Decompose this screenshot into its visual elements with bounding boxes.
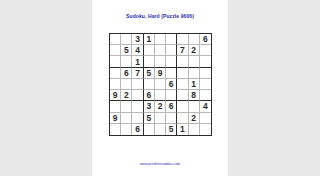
sudoku-cell-r7c3 bbox=[132, 101, 143, 112]
sudoku-cell-r7c6: 6 bbox=[166, 101, 177, 112]
sudoku-cell-r6c1: 9 bbox=[110, 90, 121, 101]
sudoku-cell-r8c7 bbox=[177, 113, 188, 124]
sudoku-cell-r2c1 bbox=[110, 45, 121, 56]
sudoku-cell-r3c2 bbox=[121, 56, 132, 67]
sudoku-cell-r3c8 bbox=[189, 56, 200, 67]
sudoku-cell-r1c2 bbox=[121, 34, 132, 45]
sudoku-cell-r1c7 bbox=[177, 34, 188, 45]
sudoku-cell-r4c5: 9 bbox=[155, 68, 166, 79]
sudoku-cell-r4c9 bbox=[200, 68, 211, 79]
sudoku-cell-r3c3: 1 bbox=[132, 56, 143, 67]
sudoku-cell-r1c6 bbox=[166, 34, 177, 45]
sudoku-cell-r5c7 bbox=[177, 79, 188, 90]
sudoku-grid: 3165472167596192683264952651 bbox=[109, 33, 212, 136]
sudoku-cell-r9c9 bbox=[200, 124, 211, 135]
sudoku-cell-r1c3: 3 bbox=[132, 34, 143, 45]
sudoku-cell-r9c1 bbox=[110, 124, 121, 135]
sudoku-cell-r6c6 bbox=[166, 90, 177, 101]
puzzle-title: Sudoku, Hard (Puzzle 9606) bbox=[92, 13, 228, 19]
sudoku-cell-r3c9 bbox=[200, 56, 211, 67]
sudoku-cell-r6c4: 6 bbox=[144, 90, 155, 101]
sudoku-cell-r4c4: 5 bbox=[144, 68, 155, 79]
sudoku-cell-r2c7: 7 bbox=[177, 45, 188, 56]
sudoku-cell-r9c8 bbox=[189, 124, 200, 135]
sudoku-cell-r4c3: 7 bbox=[132, 68, 143, 79]
sudoku-cell-r9c2 bbox=[121, 124, 132, 135]
sudoku-cell-r1c5 bbox=[155, 34, 166, 45]
sudoku-cell-r7c8 bbox=[189, 101, 200, 112]
sudoku-cell-r8c1: 9 bbox=[110, 113, 121, 124]
sudoku-cell-r2c4 bbox=[144, 45, 155, 56]
sudoku-cell-r6c2: 2 bbox=[121, 90, 132, 101]
sudoku-cell-r6c3 bbox=[132, 90, 143, 101]
sudoku-cell-r4c6 bbox=[166, 68, 177, 79]
sudoku-cell-r5c2 bbox=[121, 79, 132, 90]
sudoku-cell-r5c8: 1 bbox=[189, 79, 200, 90]
sudoku-cell-r6c7 bbox=[177, 90, 188, 101]
sudoku-cell-r9c3: 6 bbox=[132, 124, 143, 135]
sudoku-cell-r8c3 bbox=[132, 113, 143, 124]
sudoku-cell-r7c1 bbox=[110, 101, 121, 112]
sudoku-cell-r2c3: 4 bbox=[132, 45, 143, 56]
sudoku-cell-r3c6 bbox=[166, 56, 177, 67]
sudoku-cell-r2c8: 2 bbox=[189, 45, 200, 56]
sudoku-cell-r4c1 bbox=[110, 68, 121, 79]
sudoku-cell-r3c7 bbox=[177, 56, 188, 67]
sudoku-cell-r8c4: 5 bbox=[144, 113, 155, 124]
sudoku-printable-page: Sudoku, Hard (Puzzle 9606) 3165472167596… bbox=[92, 0, 228, 176]
sudoku-cell-r8c2 bbox=[121, 113, 132, 124]
sudoku-cell-r4c2: 6 bbox=[121, 68, 132, 79]
sudoku-cell-r8c6 bbox=[166, 113, 177, 124]
sudoku-cell-r1c9: 6 bbox=[200, 34, 211, 45]
sudoku-cell-r5c1 bbox=[110, 79, 121, 90]
sudoku-cell-r2c5 bbox=[155, 45, 166, 56]
sudoku-cell-r2c2: 5 bbox=[121, 45, 132, 56]
sudoku-cell-r8c8: 2 bbox=[189, 113, 200, 124]
sudoku-cell-r5c9 bbox=[200, 79, 211, 90]
sudoku-cell-r7c7 bbox=[177, 101, 188, 112]
sudoku-cell-r4c8 bbox=[189, 68, 200, 79]
sudoku-cell-r9c5 bbox=[155, 124, 166, 135]
sudoku-cell-r2c9 bbox=[200, 45, 211, 56]
sudoku-cell-r6c9 bbox=[200, 90, 211, 101]
sudoku-cell-r9c6: 5 bbox=[166, 124, 177, 135]
sudoku-cell-r5c3 bbox=[132, 79, 143, 90]
sudoku-cell-r1c4: 1 bbox=[144, 34, 155, 45]
sudoku-cell-r5c5 bbox=[155, 79, 166, 90]
sudoku-cell-r7c5: 2 bbox=[155, 101, 166, 112]
sudoku-cell-r5c4 bbox=[144, 79, 155, 90]
sudoku-cell-r7c4: 3 bbox=[144, 101, 155, 112]
sudoku-cell-r3c5 bbox=[155, 56, 166, 67]
sudoku-cell-r3c4 bbox=[144, 56, 155, 67]
sudoku-cell-r4c7 bbox=[177, 68, 188, 79]
sudoku-cell-r8c5 bbox=[155, 113, 166, 124]
sudoku-cell-r1c8 bbox=[189, 34, 200, 45]
sudoku-cell-r3c1 bbox=[110, 56, 121, 67]
sudoku-cell-r6c8: 8 bbox=[189, 90, 200, 101]
sudoku-cell-r1c1 bbox=[110, 34, 121, 45]
sudoku-cell-r7c2 bbox=[121, 101, 132, 112]
sudoku-cell-r8c9 bbox=[200, 113, 211, 124]
sudoku-cell-r7c9: 4 bbox=[200, 101, 211, 112]
sudoku-cell-r2c6 bbox=[166, 45, 177, 56]
footer-url: www.printfreesudoku.com bbox=[92, 162, 228, 166]
sudoku-cell-r6c5 bbox=[155, 90, 166, 101]
sudoku-cell-r9c4 bbox=[144, 124, 155, 135]
sudoku-cell-r9c7: 1 bbox=[177, 124, 188, 135]
sudoku-cell-r5c6: 6 bbox=[166, 79, 177, 90]
